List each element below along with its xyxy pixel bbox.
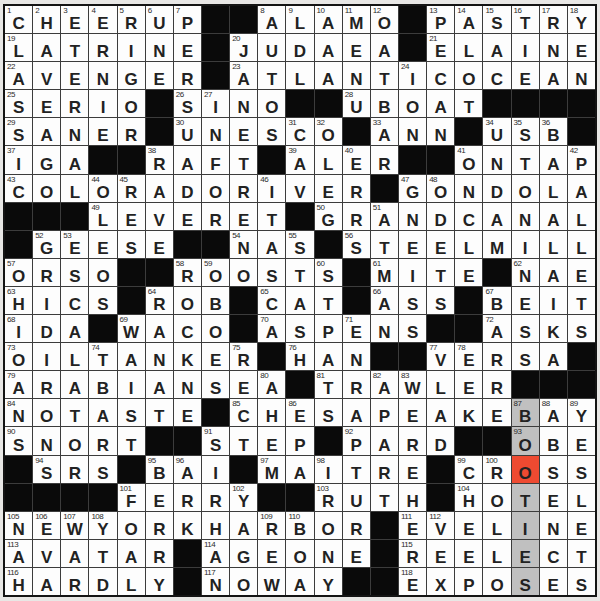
cell-19-6[interactable]: R <box>146 512 173 539</box>
cell-16-10[interactable]: E <box>258 427 285 454</box>
cell-16-2[interactable]: N <box>33 427 60 454</box>
cell-11-2[interactable]: I <box>33 287 60 314</box>
cell-1-17[interactable]: 14A <box>455 6 482 33</box>
cell-14-2[interactable]: R <box>33 371 60 398</box>
cell-20-11[interactable]: O <box>286 540 313 567</box>
cell-9-15[interactable]: E <box>399 231 426 258</box>
cell-18-12[interactable]: 103R <box>315 484 342 511</box>
cell-20-1[interactable]: 113A <box>5 540 32 567</box>
cell-21-15[interactable]: 118E <box>399 568 426 595</box>
cell-2-2[interactable]: A <box>33 34 60 61</box>
cell-8-15[interactable]: N <box>399 203 426 230</box>
cell-1-11[interactable]: 9L <box>286 6 313 33</box>
cell-9-21[interactable]: L <box>568 231 595 258</box>
cell-7-12[interactable]: E <box>315 175 342 202</box>
cell-19-21[interactable]: E <box>568 512 595 539</box>
cell-3-5[interactable]: G <box>118 62 145 89</box>
cell-13-17[interactable]: 78E <box>455 343 482 370</box>
cell-11-21[interactable]: T <box>568 287 595 314</box>
cell-9-11[interactable]: 55S <box>286 231 313 258</box>
cell-10-7[interactable]: 58R <box>174 259 201 286</box>
cell-5-10[interactable]: S <box>258 118 285 145</box>
cell-19-11[interactable]: 110B <box>286 512 313 539</box>
cell-14-12[interactable]: 81T <box>315 371 342 398</box>
cell-15-4[interactable]: A <box>89 399 116 426</box>
cell-8-20[interactable]: A <box>540 203 567 230</box>
cell-11-7[interactable]: O <box>174 287 201 314</box>
cell-21-11[interactable]: A <box>286 568 313 595</box>
cell-6-19[interactable]: T <box>512 146 539 173</box>
cell-17-21[interactable]: S <box>568 456 595 483</box>
cell-6-18[interactable]: N <box>483 146 510 173</box>
cell-19-19[interactable]: I <box>512 512 539 539</box>
cell-14-16[interactable]: L <box>427 371 454 398</box>
cell-15-18[interactable]: E <box>483 399 510 426</box>
cell-7-2[interactable]: O <box>33 175 60 202</box>
cell-8-8[interactable]: R <box>202 203 229 230</box>
cell-15-20[interactable]: 88A <box>540 399 567 426</box>
cell-12-13[interactable]: 71E <box>343 315 370 342</box>
cell-7-10[interactable]: 46I <box>258 175 285 202</box>
cell-10-19[interactable]: 62N <box>512 259 539 286</box>
cell-7-17[interactable]: N <box>455 175 482 202</box>
cell-8-5[interactable]: E <box>118 203 145 230</box>
cell-12-6[interactable]: A <box>146 315 173 342</box>
cell-19-12[interactable]: O <box>315 512 342 539</box>
cell-4-5[interactable]: O <box>118 90 145 117</box>
cell-6-1[interactable]: 37I <box>5 146 32 173</box>
cell-6-14[interactable]: R <box>371 146 398 173</box>
cell-10-12[interactable]: 60S <box>315 259 342 286</box>
cell-9-17[interactable]: L <box>455 231 482 258</box>
cell-3-15[interactable]: 24I <box>399 62 426 89</box>
cell-6-9[interactable]: T <box>230 146 257 173</box>
cell-12-2[interactable]: D <box>33 315 60 342</box>
cell-9-14[interactable]: T <box>371 231 398 258</box>
cell-17-2[interactable]: 94S <box>33 456 60 483</box>
cell-1-5[interactable]: 5R <box>118 6 145 33</box>
cell-16-1[interactable]: 90S <box>5 427 32 454</box>
cell-3-16[interactable]: C <box>427 62 454 89</box>
cell-13-20[interactable]: A <box>540 343 567 370</box>
cell-13-8[interactable]: E <box>202 343 229 370</box>
cell-15-12[interactable]: S <box>315 399 342 426</box>
cell-16-4[interactable]: R <box>89 427 116 454</box>
cell-17-6[interactable]: 95B <box>146 456 173 483</box>
cell-3-12[interactable]: A <box>315 62 342 89</box>
cell-10-21[interactable]: E <box>568 259 595 286</box>
cell-20-3[interactable]: A <box>61 540 88 567</box>
cell-14-3[interactable]: A <box>61 371 88 398</box>
cell-5-8[interactable]: N <box>202 118 229 145</box>
cell-6-17[interactable]: 41O <box>455 146 482 173</box>
cell-9-4[interactable]: E <box>89 231 116 258</box>
cell-16-9[interactable]: T <box>230 427 257 454</box>
cell-4-14[interactable]: B <box>371 90 398 117</box>
cell-18-15[interactable]: H <box>399 484 426 511</box>
cell-16-16[interactable]: D <box>427 427 454 454</box>
cell-4-1[interactable]: 25S <box>5 90 32 117</box>
cell-5-19[interactable]: 35S <box>512 118 539 145</box>
cell-21-20[interactable]: E <box>540 568 567 595</box>
cell-4-10[interactable]: O <box>258 90 285 117</box>
cell-2-16[interactable]: 21E <box>427 34 454 61</box>
cell-9-18[interactable]: M <box>483 231 510 258</box>
cell-1-1[interactable]: 1C <box>5 6 32 33</box>
cell-12-5[interactable]: 69W <box>118 315 145 342</box>
cell-5-15[interactable]: N <box>399 118 426 145</box>
cell-12-19[interactable]: S <box>512 315 539 342</box>
cell-5-12[interactable]: 32O <box>315 118 342 145</box>
cell-1-7[interactable]: 7P <box>174 6 201 33</box>
cell-19-1[interactable]: 105N <box>5 512 32 539</box>
cell-3-9[interactable]: 23A <box>230 62 257 89</box>
cell-9-2[interactable]: 52G <box>33 231 60 258</box>
cell-20-4[interactable]: T <box>89 540 116 567</box>
cell-1-20[interactable]: 17R <box>540 6 567 33</box>
cell-4-2[interactable]: E <box>33 90 60 117</box>
cell-14-13[interactable]: R <box>343 371 370 398</box>
cell-11-19[interactable]: E <box>512 287 539 314</box>
cell-14-17[interactable]: E <box>455 371 482 398</box>
cell-2-5[interactable]: I <box>118 34 145 61</box>
cell-7-5[interactable]: 45R <box>118 175 145 202</box>
cell-20-10[interactable]: E <box>258 540 285 567</box>
cell-20-16[interactable]: E <box>427 540 454 567</box>
cell-5-9[interactable]: E <box>230 118 257 145</box>
cell-16-3[interactable]: O <box>61 427 88 454</box>
cell-14-15[interactable]: 83W <box>399 371 426 398</box>
cell-15-15[interactable]: E <box>399 399 426 426</box>
cell-7-21[interactable]: A <box>568 175 595 202</box>
cell-7-8[interactable]: O <box>202 175 229 202</box>
cell-12-14[interactable]: N <box>371 315 398 342</box>
cell-18-6[interactable]: E <box>146 484 173 511</box>
cell-12-7[interactable]: C <box>174 315 201 342</box>
cell-15-1[interactable]: 84N <box>5 399 32 426</box>
cell-17-11[interactable]: A <box>286 456 313 483</box>
cell-6-21[interactable]: 42P <box>568 146 595 173</box>
cell-14-8[interactable]: S <box>202 371 229 398</box>
cell-11-14[interactable]: 66A <box>371 287 398 314</box>
cell-13-2[interactable]: I <box>33 343 60 370</box>
cell-6-11[interactable]: 39A <box>286 146 313 173</box>
cell-16-11[interactable]: P <box>286 427 313 454</box>
cell-13-12[interactable]: A <box>315 343 342 370</box>
cell-14-4[interactable]: B <box>89 371 116 398</box>
cell-2-17[interactable]: L <box>455 34 482 61</box>
cell-1-13[interactable]: 11M <box>343 6 370 33</box>
cell-8-17[interactable]: C <box>455 203 482 230</box>
cell-9-6[interactable]: E <box>146 231 173 258</box>
cell-9-19[interactable]: I <box>512 231 539 258</box>
cell-12-8[interactable]: O <box>202 315 229 342</box>
cell-1-14[interactable]: 12O <box>371 6 398 33</box>
cell-20-21[interactable]: T <box>568 540 595 567</box>
cell-5-11[interactable]: 31C <box>286 118 313 145</box>
cell-18-18[interactable]: O <box>483 484 510 511</box>
cell-21-17[interactable]: P <box>455 568 482 595</box>
cell-8-14[interactable]: 51A <box>371 203 398 230</box>
cell-7-11[interactable]: V <box>286 175 313 202</box>
cell-18-14[interactable]: T <box>371 484 398 511</box>
cell-17-4[interactable]: S <box>89 456 116 483</box>
cell-6-20[interactable]: A <box>540 146 567 173</box>
cell-2-3[interactable]: T <box>61 34 88 61</box>
cell-3-21[interactable]: N <box>568 62 595 89</box>
cell-19-13[interactable]: R <box>343 512 370 539</box>
cell-11-8[interactable]: B <box>202 287 229 314</box>
cell-5-3[interactable]: N <box>61 118 88 145</box>
cell-3-20[interactable]: A <box>540 62 567 89</box>
cell-20-15[interactable]: 115R <box>399 540 426 567</box>
cell-20-17[interactable]: E <box>455 540 482 567</box>
cell-1-6[interactable]: 6U <box>146 6 173 33</box>
cell-15-21[interactable]: 89Y <box>568 399 595 426</box>
cell-5-4[interactable]: E <box>89 118 116 145</box>
cell-17-17[interactable]: 99C <box>455 456 482 483</box>
cell-12-15[interactable]: S <box>399 315 426 342</box>
cell-14-14[interactable]: 82A <box>371 371 398 398</box>
cell-8-4[interactable]: 49L <box>89 203 116 230</box>
cell-15-2[interactable]: O <box>33 399 60 426</box>
cell-3-11[interactable]: L <box>286 62 313 89</box>
cell-3-2[interactable]: V <box>33 62 60 89</box>
cell-5-2[interactable]: A <box>33 118 60 145</box>
cell-19-2[interactable]: 106E <box>33 512 60 539</box>
cell-6-3[interactable]: A <box>61 146 88 173</box>
cell-2-19[interactable]: I <box>512 34 539 61</box>
cell-21-12[interactable]: Y <box>315 568 342 595</box>
cell-8-10[interactable]: T <box>258 203 285 230</box>
cell-21-6[interactable]: Y <box>146 568 173 595</box>
cell-2-13[interactable]: E <box>343 34 370 61</box>
cell-14-6[interactable]: A <box>146 371 173 398</box>
cell-15-17[interactable]: K <box>455 399 482 426</box>
cell-1-3[interactable]: 3E <box>61 6 88 33</box>
cell-3-13[interactable]: N <box>343 62 370 89</box>
cell-20-18[interactable]: L <box>483 540 510 567</box>
cell-10-17[interactable]: E <box>455 259 482 286</box>
cell-19-7[interactable]: K <box>174 512 201 539</box>
cell-5-16[interactable]: N <box>427 118 454 145</box>
cell-15-13[interactable]: A <box>343 399 370 426</box>
cell-17-13[interactable]: T <box>343 456 370 483</box>
cell-17-12[interactable]: 98I <box>315 456 342 483</box>
cell-11-1[interactable]: 63H <box>5 287 32 314</box>
cell-10-15[interactable]: I <box>399 259 426 286</box>
cell-4-3[interactable]: R <box>61 90 88 117</box>
cell-6-6[interactable]: 38R <box>146 146 173 173</box>
cell-21-9[interactable]: O <box>230 568 257 595</box>
cell-20-2[interactable]: V <box>33 540 60 567</box>
cell-7-3[interactable]: L <box>61 175 88 202</box>
cell-15-6[interactable]: T <box>146 399 173 426</box>
cell-13-5[interactable]: A <box>118 343 145 370</box>
cell-3-17[interactable]: O <box>455 62 482 89</box>
cell-14-10[interactable]: 80A <box>258 371 285 398</box>
cell-2-7[interactable]: E <box>174 34 201 61</box>
cell-12-1[interactable]: 68I <box>5 315 32 342</box>
cell-8-21[interactable]: L <box>568 203 595 230</box>
cell-18-5[interactable]: 101F <box>118 484 145 511</box>
cell-5-7[interactable]: 30U <box>174 118 201 145</box>
cell-9-16[interactable]: E <box>427 231 454 258</box>
cell-7-1[interactable]: 43C <box>5 175 32 202</box>
cell-4-9[interactable]: N <box>230 90 257 117</box>
cell-2-10[interactable]: U <box>258 34 285 61</box>
cell-5-14[interactable]: 33A <box>371 118 398 145</box>
cell-2-9[interactable]: 20J <box>230 34 257 61</box>
cell-7-4[interactable]: 44O <box>89 175 116 202</box>
cell-10-8[interactable]: 59O <box>202 259 229 286</box>
cell-4-4[interactable]: I <box>89 90 116 117</box>
cell-8-6[interactable]: V <box>146 203 173 230</box>
cell-20-12[interactable]: N <box>315 540 342 567</box>
cell-1-10[interactable]: 8A <box>258 6 285 33</box>
cell-20-13[interactable]: E <box>343 540 370 567</box>
cell-15-3[interactable]: T <box>61 399 88 426</box>
cell-6-13[interactable]: 40E <box>343 146 370 173</box>
cell-4-15[interactable]: O <box>399 90 426 117</box>
cell-6-7[interactable]: A <box>174 146 201 173</box>
cell-12-20[interactable]: K <box>540 315 567 342</box>
cell-10-10[interactable]: S <box>258 259 285 286</box>
cell-16-20[interactable]: B <box>540 427 567 454</box>
cell-15-19[interactable]: 87B <box>512 399 539 426</box>
cell-5-20[interactable]: 36B <box>540 118 567 145</box>
cell-2-21[interactable]: E <box>568 34 595 61</box>
cell-17-19[interactable]: O <box>512 456 539 483</box>
cell-14-5[interactable]: I <box>118 371 145 398</box>
cell-18-17[interactable]: 104H <box>455 484 482 511</box>
cell-8-16[interactable]: D <box>427 203 454 230</box>
cell-6-8[interactable]: F <box>202 146 229 173</box>
cell-5-18[interactable]: 34U <box>483 118 510 145</box>
cell-16-13[interactable]: 92P <box>343 427 370 454</box>
cell-21-18[interactable]: O <box>483 568 510 595</box>
cell-18-19[interactable]: T <box>512 484 539 511</box>
cell-9-13[interactable]: 56S <box>343 231 370 258</box>
cell-19-8[interactable]: H <box>202 512 229 539</box>
cell-19-20[interactable]: N <box>540 512 567 539</box>
cell-8-12[interactable]: 50G <box>315 203 342 230</box>
cell-9-3[interactable]: 53E <box>61 231 88 258</box>
cell-17-8[interactable]: I <box>202 456 229 483</box>
cell-16-8[interactable]: 91S <box>202 427 229 454</box>
cell-1-21[interactable]: 18Y <box>568 6 595 33</box>
cell-7-15[interactable]: 47G <box>399 175 426 202</box>
cell-17-14[interactable]: R <box>371 456 398 483</box>
cell-11-10[interactable]: 65C <box>258 287 285 314</box>
cell-3-19[interactable]: E <box>512 62 539 89</box>
cell-3-7[interactable]: R <box>174 62 201 89</box>
cell-12-3[interactable]: A <box>61 315 88 342</box>
cell-12-10[interactable]: 70A <box>258 315 285 342</box>
cell-3-1[interactable]: 22A <box>5 62 32 89</box>
cell-3-6[interactable]: E <box>146 62 173 89</box>
cell-6-12[interactable]: L <box>315 146 342 173</box>
cell-10-20[interactable]: A <box>540 259 567 286</box>
cell-21-19[interactable]: S <box>512 568 539 595</box>
cell-18-20[interactable]: E <box>540 484 567 511</box>
cell-17-7[interactable]: 96A <box>174 456 201 483</box>
cell-21-10[interactable]: W <box>258 568 285 595</box>
cell-17-15[interactable]: E <box>399 456 426 483</box>
cell-17-3[interactable]: R <box>61 456 88 483</box>
cell-21-21[interactable]: S <box>568 568 595 595</box>
cell-8-7[interactable]: E <box>174 203 201 230</box>
cell-21-2[interactable]: A <box>33 568 60 595</box>
cell-7-18[interactable]: D <box>483 175 510 202</box>
cell-2-11[interactable]: D <box>286 34 313 61</box>
cell-16-14[interactable]: A <box>371 427 398 454</box>
cell-4-13[interactable]: 28U <box>343 90 370 117</box>
cell-6-2[interactable]: G <box>33 146 60 173</box>
cell-15-5[interactable]: S <box>118 399 145 426</box>
cell-12-18[interactable]: 72A <box>483 315 510 342</box>
cell-1-12[interactable]: 10A <box>315 6 342 33</box>
cell-10-9[interactable]: O <box>230 259 257 286</box>
cell-5-1[interactable]: 29S <box>5 118 32 145</box>
cell-2-18[interactable]: A <box>483 34 510 61</box>
cell-1-16[interactable]: 13P <box>427 6 454 33</box>
cell-7-19[interactable]: O <box>512 175 539 202</box>
cell-5-5[interactable]: R <box>118 118 145 145</box>
cell-19-9[interactable]: A <box>230 512 257 539</box>
cell-15-9[interactable]: 85C <box>230 399 257 426</box>
cell-16-19[interactable]: 93O <box>512 427 539 454</box>
cell-21-5[interactable]: L <box>118 568 145 595</box>
cell-20-6[interactable]: R <box>146 540 173 567</box>
cell-10-16[interactable]: T <box>427 259 454 286</box>
cell-11-4[interactable]: S <box>89 287 116 314</box>
cell-7-16[interactable]: 48O <box>427 175 454 202</box>
cell-7-6[interactable]: A <box>146 175 173 202</box>
cell-9-9[interactable]: 54N <box>230 231 257 258</box>
cell-12-11[interactable]: S <box>286 315 313 342</box>
cell-1-18[interactable]: 15S <box>483 6 510 33</box>
cell-15-16[interactable]: A <box>427 399 454 426</box>
cell-8-19[interactable]: N <box>512 203 539 230</box>
cell-10-14[interactable]: 61M <box>371 259 398 286</box>
cell-8-9[interactable]: E <box>230 203 257 230</box>
cell-21-1[interactable]: 116H <box>5 568 32 595</box>
cell-3-10[interactable]: T <box>258 62 285 89</box>
cell-11-16[interactable]: S <box>427 287 454 314</box>
cell-21-16[interactable]: X <box>427 568 454 595</box>
cell-10-3[interactable]: S <box>61 259 88 286</box>
cell-18-9[interactable]: 102Y <box>230 484 257 511</box>
cell-14-7[interactable]: N <box>174 371 201 398</box>
cell-21-4[interactable]: D <box>89 568 116 595</box>
cell-13-16[interactable]: 77V <box>427 343 454 370</box>
cell-14-1[interactable]: 79A <box>5 371 32 398</box>
cell-13-11[interactable]: 76H <box>286 343 313 370</box>
cell-20-5[interactable]: A <box>118 540 145 567</box>
cell-19-18[interactable]: L <box>483 512 510 539</box>
cell-4-7[interactable]: 26S <box>174 90 201 117</box>
cell-9-10[interactable]: A <box>258 231 285 258</box>
cell-9-5[interactable]: S <box>118 231 145 258</box>
cell-11-20[interactable]: I <box>540 287 567 314</box>
cell-4-8[interactable]: 27I <box>202 90 229 117</box>
cell-8-18[interactable]: A <box>483 203 510 230</box>
cell-11-6[interactable]: 64R <box>146 287 173 314</box>
cell-18-8[interactable]: R <box>202 484 229 511</box>
cell-19-4[interactable]: 108Y <box>89 512 116 539</box>
cell-17-18[interactable]: 100R <box>483 456 510 483</box>
